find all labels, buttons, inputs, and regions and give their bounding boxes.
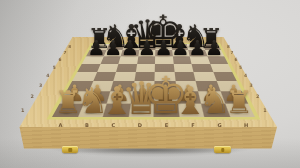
square-d3: [132, 81, 154, 91]
brass-clasp-right: [214, 146, 231, 153]
square-d2: [130, 91, 154, 103]
square-h5: [210, 64, 232, 72]
square-e3: [154, 81, 176, 91]
square-e5: [155, 64, 174, 72]
chess-set-photo: AABBCCDDEEFFGGHH1122334455667788 ♜♞♝♛♚♝♞…: [0, 0, 300, 168]
square-f2: [176, 91, 201, 103]
square-c1: [103, 103, 131, 117]
coordinate-label: 2: [31, 95, 34, 100]
square-c2: [107, 91, 132, 103]
square-d6: [137, 56, 155, 63]
square-d4: [134, 72, 155, 81]
square-f3: [175, 81, 198, 91]
coordinate-label: 3: [39, 84, 42, 89]
square-e4: [154, 72, 175, 81]
square-f4: [174, 72, 196, 81]
square-d1: [128, 103, 154, 117]
square-d5: [135, 64, 155, 72]
square-e1: [153, 103, 178, 117]
square-h4: [213, 72, 237, 81]
square-c3: [110, 81, 134, 91]
square-f5: [173, 64, 193, 72]
square-e2: [154, 91, 178, 103]
square-c5: [116, 64, 137, 72]
square-f1: [177, 103, 204, 117]
square-h6: [207, 56, 228, 63]
coordinate-label: 1: [21, 107, 24, 112]
brass-clasp-left: [62, 146, 78, 153]
square-e6: [155, 56, 173, 63]
square-c6: [118, 56, 137, 63]
square-c4: [113, 72, 135, 81]
square-f6: [172, 56, 191, 63]
